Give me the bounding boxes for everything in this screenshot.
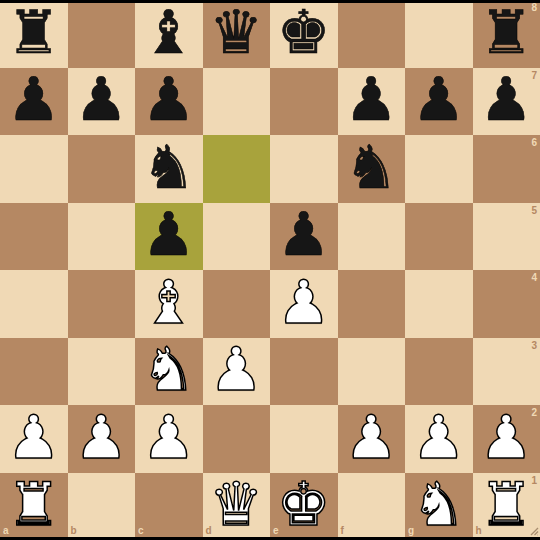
rank-label-1: 1 [531,476,537,486]
black-pawn-piece[interactable]: ♟ [142,204,196,264]
black-rook-piece[interactable]: ♜ [479,2,533,62]
black-pawn-piece[interactable]: ♟ [344,69,398,129]
square-b7[interactable]: ♟ [68,68,136,136]
square-d8[interactable]: ♛ [203,0,271,68]
square-f5[interactable] [338,203,406,271]
square-a2[interactable]: ♟ [0,405,68,473]
black-pawn-piece[interactable]: ♟ [7,69,61,129]
white-pawn-piece[interactable]: ♟ [344,407,398,467]
black-knight-piece[interactable]: ♞ [344,137,398,197]
square-f6[interactable]: ♞ [338,135,406,203]
square-c4[interactable]: ♝ [135,270,203,338]
file-label-h: h [476,526,482,536]
square-h8[interactable]: ♜8 [473,0,540,68]
black-pawn-piece[interactable]: ♟ [277,204,331,264]
square-g6[interactable] [405,135,473,203]
white-pawn-piece[interactable]: ♟ [142,407,196,467]
black-pawn-piece[interactable]: ♟ [74,69,128,129]
square-b6[interactable] [68,135,136,203]
square-e4[interactable]: ♟ [270,270,338,338]
square-g3[interactable] [405,338,473,406]
square-h6[interactable]: 6 [473,135,540,203]
square-f1[interactable]: f [338,473,406,540]
black-pawn-piece[interactable]: ♟ [479,69,533,129]
square-c5[interactable]: ♟ [135,203,203,271]
white-king-piece[interactable]: ♚ [277,474,331,534]
white-rook-piece[interactable]: ♜ [7,474,61,534]
square-h2[interactable]: ♟2 [473,405,540,473]
square-b4[interactable] [68,270,136,338]
square-h5[interactable]: 5 [473,203,540,271]
file-label-g: g [408,526,414,536]
square-a5[interactable] [0,203,68,271]
square-b2[interactable]: ♟ [68,405,136,473]
black-queen-piece[interactable]: ♛ [209,2,263,62]
chess-board: ♜♝♛♚♜8♟♟♟♟♟♟7♞♞6♟♟5♝♟4♞♟3♟♟♟♟♟♟2♜abc♛d♚e… [0,0,540,540]
square-h4[interactable]: 4 [473,270,540,338]
file-label-c: c [138,526,144,536]
square-e2[interactable] [270,405,338,473]
white-pawn-piece[interactable]: ♟ [277,272,331,332]
rank-label-8: 8 [531,3,537,13]
square-e1[interactable]: ♚e [270,473,338,540]
white-pawn-piece[interactable]: ♟ [412,407,466,467]
square-d7[interactable] [203,68,271,136]
square-a6[interactable] [0,135,68,203]
square-h3[interactable]: 3 [473,338,540,406]
square-e5[interactable]: ♟ [270,203,338,271]
rank-label-2: 2 [531,408,537,418]
white-knight-piece[interactable]: ♞ [142,339,196,399]
top-frame-bar [0,0,540,3]
rank-label-3: 3 [531,341,537,351]
square-h7[interactable]: ♟7 [473,68,540,136]
white-pawn-piece[interactable]: ♟ [209,339,263,399]
file-label-a: a [3,526,9,536]
square-d1[interactable]: ♛d [203,473,271,540]
board-resize-handle-icon[interactable] [528,525,539,536]
black-king-piece[interactable]: ♚ [277,2,331,62]
square-a4[interactable] [0,270,68,338]
square-f4[interactable] [338,270,406,338]
square-g4[interactable] [405,270,473,338]
square-b1[interactable]: b [68,473,136,540]
square-b8[interactable] [68,0,136,68]
square-b3[interactable] [68,338,136,406]
square-e8[interactable]: ♚ [270,0,338,68]
white-queen-piece[interactable]: ♛ [209,474,263,534]
file-label-e: e [273,526,279,536]
rank-label-5: 5 [531,206,537,216]
black-pawn-piece[interactable]: ♟ [142,69,196,129]
black-rook-piece[interactable]: ♜ [7,2,61,62]
black-pawn-piece[interactable]: ♟ [412,69,466,129]
square-c6[interactable]: ♞ [135,135,203,203]
white-knight-piece[interactable]: ♞ [412,474,466,534]
square-g2[interactable]: ♟ [405,405,473,473]
square-c3[interactable]: ♞ [135,338,203,406]
square-d4[interactable] [203,270,271,338]
square-f2[interactable]: ♟ [338,405,406,473]
white-pawn-piece[interactable]: ♟ [74,407,128,467]
square-e3[interactable] [270,338,338,406]
square-a7[interactable]: ♟ [0,68,68,136]
file-label-f: f [341,526,344,536]
square-d5[interactable] [203,203,271,271]
file-label-d: d [206,526,212,536]
board-grid: ♜♝♛♚♜8♟♟♟♟♟♟7♞♞6♟♟5♝♟4♞♟3♟♟♟♟♟♟2♜abc♛d♚e… [0,0,540,540]
black-knight-piece[interactable]: ♞ [142,137,196,197]
square-e7[interactable] [270,68,338,136]
square-b5[interactable] [68,203,136,271]
square-a1[interactable]: ♜a [0,473,68,540]
rank-label-6: 6 [531,138,537,148]
white-rook-piece[interactable]: ♜ [479,474,533,534]
file-label-b: b [71,526,77,536]
rank-label-7: 7 [531,71,537,81]
white-bishop-piece[interactable]: ♝ [142,272,196,332]
square-a3[interactable] [0,338,68,406]
square-d2[interactable] [203,405,271,473]
square-d6[interactable] [203,135,271,203]
square-g5[interactable] [405,203,473,271]
square-f8[interactable] [338,0,406,68]
square-c1[interactable]: c [135,473,203,540]
square-c7[interactable]: ♟ [135,68,203,136]
square-a8[interactable]: ♜ [0,0,68,68]
square-e6[interactable] [270,135,338,203]
square-g7[interactable]: ♟ [405,68,473,136]
rank-label-4: 4 [531,273,537,283]
white-pawn-piece[interactable]: ♟ [479,407,533,467]
square-c2[interactable]: ♟ [135,405,203,473]
square-g8[interactable] [405,0,473,68]
square-g1[interactable]: ♞g [405,473,473,540]
black-bishop-piece[interactable]: ♝ [142,2,196,62]
square-f7[interactable]: ♟ [338,68,406,136]
square-d3[interactable]: ♟ [203,338,271,406]
square-c8[interactable]: ♝ [135,0,203,68]
white-pawn-piece[interactable]: ♟ [7,407,61,467]
square-f3[interactable] [338,338,406,406]
